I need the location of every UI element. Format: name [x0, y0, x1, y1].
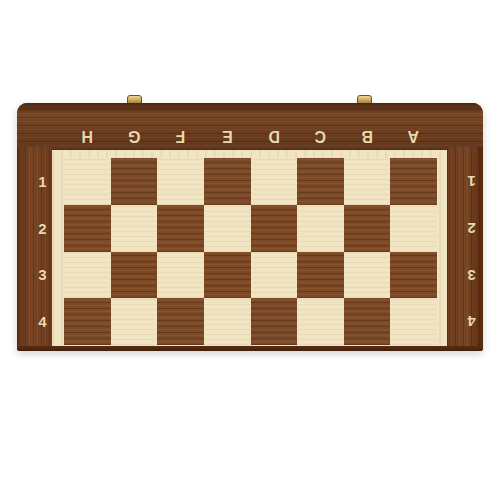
rank-labels-right: 1 2 3 4 [447, 158, 483, 345]
square-g3 [111, 252, 158, 299]
square-h1 [64, 158, 111, 205]
file-label-a: A [390, 122, 437, 150]
file-label-e: E [204, 122, 251, 150]
square-f2 [157, 205, 204, 252]
rank-label-2-right: 2 [447, 205, 483, 252]
square-g1 [111, 158, 158, 205]
square-c1 [297, 158, 344, 205]
file-label-c: C [297, 122, 344, 150]
square-f3 [157, 252, 204, 299]
square-g2 [111, 205, 158, 252]
rank-label-3-right: 3 [447, 252, 483, 299]
folding-chess-board-box: H G F E D C B A 1 2 3 4 1 2 3 4 [17, 103, 483, 351]
square-b3 [344, 252, 391, 299]
square-b2 [344, 205, 391, 252]
file-label-h: H [64, 122, 111, 150]
rank-label-4-right: 4 [447, 298, 483, 345]
rank-labels-left: 1 2 3 4 [17, 158, 52, 345]
square-b4 [344, 298, 391, 345]
square-e4 [204, 298, 251, 345]
square-d2 [251, 205, 298, 252]
square-h2 [64, 205, 111, 252]
rank-label-1-right: 1 [447, 158, 483, 205]
fold-edge [17, 346, 483, 351]
square-d1 [251, 158, 298, 205]
square-e2 [204, 205, 251, 252]
square-c4 [297, 298, 344, 345]
square-a4 [390, 298, 437, 345]
square-h4 [64, 298, 111, 345]
rank-label-1-left: 1 [17, 158, 52, 205]
square-b1 [344, 158, 391, 205]
file-labels-row: H G F E D C B A [64, 122, 437, 150]
playing-surface [52, 150, 447, 346]
rank-label-3-left: 3 [17, 252, 52, 299]
square-f4 [157, 298, 204, 345]
square-g4 [111, 298, 158, 345]
square-c2 [297, 205, 344, 252]
square-a3 [390, 252, 437, 299]
square-a2 [390, 205, 437, 252]
product-photo-background: H G F E D C B A 1 2 3 4 1 2 3 4 [0, 0, 500, 500]
square-c3 [297, 252, 344, 299]
square-f1 [157, 158, 204, 205]
rank-label-2-left: 2 [17, 205, 52, 252]
square-d4 [251, 298, 298, 345]
file-label-f: F [157, 122, 204, 150]
square-h3 [64, 252, 111, 299]
square-a1 [390, 158, 437, 205]
square-e1 [204, 158, 251, 205]
file-label-g: G [111, 122, 158, 150]
rank-label-4-left: 4 [17, 298, 52, 345]
file-label-d: D [251, 122, 298, 150]
square-e3 [204, 252, 251, 299]
file-label-b: B [344, 122, 391, 150]
square-d3 [251, 252, 298, 299]
board-squares-grid [64, 158, 437, 345]
